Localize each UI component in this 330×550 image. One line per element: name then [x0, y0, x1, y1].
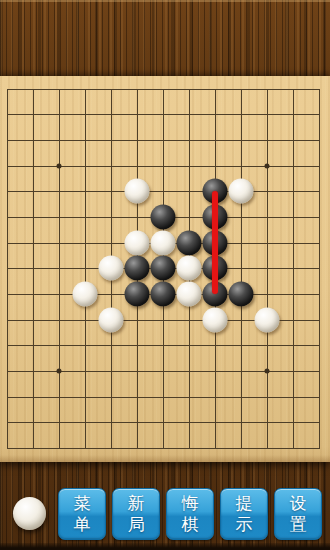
settings-button[interactable]: 设置 [274, 488, 322, 540]
star-point [265, 368, 270, 373]
gomoku-app-screen: 菜单新局悔棋提示设置 [0, 0, 330, 550]
star-point [57, 368, 62, 373]
white-stone [125, 179, 150, 204]
grid-line-horizontal [7, 166, 320, 167]
white-stone [151, 230, 176, 255]
settings-button-label: 设置 [289, 493, 308, 536]
undo-button-label: 悔棋 [181, 493, 200, 536]
hint-button-label: 提示 [235, 493, 254, 536]
new-game-button-label: 新局 [127, 493, 146, 536]
grid-line-horizontal [7, 397, 320, 398]
white-stone [255, 307, 280, 332]
board[interactable] [0, 76, 330, 462]
grid-line-horizontal [7, 422, 320, 423]
grid-line-horizontal [7, 371, 320, 372]
win-line [212, 191, 218, 294]
black-stone [151, 256, 176, 281]
grid-line-horizontal [7, 448, 320, 449]
white-stone [203, 307, 228, 332]
white-stone [99, 256, 124, 281]
grid-line-horizontal [7, 89, 320, 90]
white-stone [229, 179, 254, 204]
turn-indicator-stone [13, 497, 46, 530]
white-stone [125, 230, 150, 255]
black-stone [125, 256, 150, 281]
grid-line-horizontal [7, 345, 320, 346]
white-stone [177, 256, 202, 281]
black-stone [125, 281, 150, 306]
wood-frame-top-highlight [0, 0, 330, 2]
new-game-button[interactable]: 新局 [112, 488, 160, 540]
grid-line-horizontal [7, 140, 320, 141]
white-stone [73, 281, 98, 306]
hint-button[interactable]: 提示 [220, 488, 268, 540]
menu-button[interactable]: 菜单 [58, 488, 106, 540]
grid-line-horizontal [7, 114, 320, 115]
black-stone [229, 281, 254, 306]
star-point [265, 163, 270, 168]
black-stone [151, 281, 176, 306]
wood-frame-bottom-strip [0, 543, 330, 550]
white-stone [99, 307, 124, 332]
star-point [57, 163, 62, 168]
grid-line-horizontal [7, 191, 320, 192]
toolbar: 菜单新局悔棋提示设置 [58, 488, 322, 540]
menu-button-label: 菜单 [73, 493, 92, 536]
black-stone [177, 230, 202, 255]
undo-button[interactable]: 悔棋 [166, 488, 214, 540]
black-stone [151, 205, 176, 230]
white-stone [177, 281, 202, 306]
